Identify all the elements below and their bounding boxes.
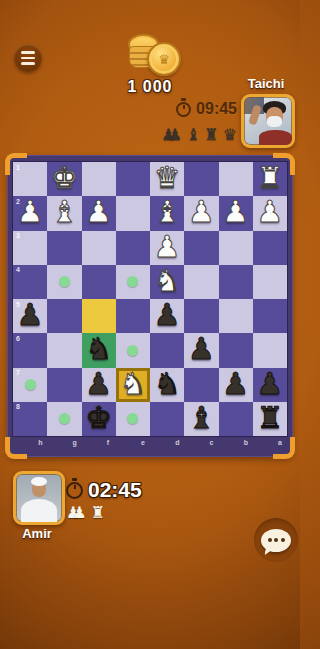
coin-icon: ♛ [147, 42, 181, 76]
avatar-photo-detail [259, 130, 292, 145]
rank-label-5: 5 [16, 301, 20, 308]
square-f7[interactable]: ♟ [82, 368, 116, 402]
file-label-b: b [244, 439, 248, 446]
piece-black-knight: ♞ [154, 369, 181, 399]
square-g1[interactable]: ♚ [47, 162, 81, 196]
piece-black-knight: ♞ [85, 334, 112, 364]
square-f3[interactable] [82, 231, 116, 265]
square-c2[interactable]: ♟ [184, 196, 218, 230]
piece-black-pawn: ♟ [222, 369, 249, 399]
piece-white-pawn: ♟ [154, 232, 181, 262]
square-a4[interactable] [253, 265, 287, 299]
file-label-e: e [141, 439, 145, 446]
square-d5[interactable]: ♟ [150, 299, 184, 333]
square-e1[interactable] [116, 162, 150, 196]
piece-black-pawn: ♟ [188, 334, 215, 364]
square-f5[interactable] [82, 299, 116, 333]
square-f2[interactable]: ♟ [82, 196, 116, 230]
player-captured-tray: ♟♟♜ [66, 505, 105, 521]
square-d6[interactable] [150, 333, 184, 367]
piece-white-pawn: ♟ [188, 197, 215, 227]
square-a3[interactable] [253, 231, 287, 265]
captured-pawn-icon: ♟ [72, 505, 86, 521]
legal-move-dot[interactable] [59, 276, 70, 287]
square-f1[interactable] [82, 162, 116, 196]
square-e5[interactable] [116, 299, 150, 333]
player-avatar[interactable] [13, 471, 65, 525]
square-f6[interactable]: ♞ [82, 333, 116, 367]
square-g4[interactable] [47, 265, 81, 299]
menu-button[interactable] [14, 44, 42, 72]
square-e4[interactable] [116, 265, 150, 299]
piece-white-pawn: ♟ [222, 197, 249, 227]
piece-black-pawn: ♟ [256, 369, 283, 399]
square-a2[interactable]: ♟ [253, 196, 287, 230]
hamburger-icon [21, 62, 35, 65]
legal-move-dot[interactable] [59, 413, 70, 424]
opponent-captured-tray: ♟♟♝♜♛ [165, 127, 237, 143]
file-label-d: d [175, 439, 179, 446]
captured-rook-icon: ♜ [204, 127, 218, 143]
stopwatch-icon [66, 482, 83, 499]
square-c3[interactable] [184, 231, 218, 265]
player-clock: 02:45 [66, 478, 142, 502]
square-b7[interactable]: ♟ [219, 368, 253, 402]
square-e6[interactable] [116, 333, 150, 367]
square-b8[interactable] [219, 402, 253, 436]
square-c1[interactable] [184, 162, 218, 196]
square-d8[interactable] [150, 402, 184, 436]
piece-black-rook: ♜ [256, 403, 283, 433]
square-c7[interactable] [184, 368, 218, 402]
file-label-f: f [107, 439, 109, 446]
opponent-avatar[interactable] [241, 94, 295, 148]
square-g6[interactable] [47, 333, 81, 367]
hamburger-icon [21, 57, 35, 60]
square-d1[interactable]: ♛ [150, 162, 184, 196]
square-d2[interactable]: ♝ [150, 196, 184, 230]
stopwatch-icon [176, 102, 191, 117]
piece-white-pawn: ♟ [85, 197, 112, 227]
piece-white-bishop: ♝ [154, 197, 181, 227]
opponent-clock-time: 09:45 [196, 100, 237, 118]
piece-black-pawn: ♟ [17, 300, 44, 330]
file-label-h: h [38, 439, 42, 446]
player-name: Amir [0, 526, 74, 541]
square-e2[interactable] [116, 196, 150, 230]
legal-move-dot[interactable] [127, 276, 138, 287]
board-corner-ornament [5, 437, 27, 459]
square-a8[interactable]: ♜ [253, 402, 287, 436]
square-g7[interactable] [47, 368, 81, 402]
square-a5[interactable] [253, 299, 287, 333]
square-e7[interactable]: ♞ [116, 368, 150, 402]
square-g5[interactable] [47, 299, 81, 333]
captured-pawn-icon: ♟ [168, 127, 182, 143]
rank-label-6: 6 [16, 335, 20, 342]
square-b2[interactable]: ♟ [219, 196, 253, 230]
captured-queen-icon: ♛ [223, 127, 237, 143]
rank-label-3: 3 [16, 232, 20, 239]
square-c6[interactable]: ♟ [184, 333, 218, 367]
square-f8[interactable]: ♚ [82, 402, 116, 436]
chat-button[interactable] [254, 518, 298, 562]
square-a7[interactable]: ♟ [253, 368, 287, 402]
legal-move-dot[interactable] [25, 379, 36, 390]
piece-white-pawn: ♟ [17, 197, 44, 227]
square-a6[interactable] [253, 333, 287, 367]
piece-black-bishop: ♝ [188, 403, 215, 433]
opponent-name: Taichi [236, 76, 296, 91]
opponent-clock: 09:45 [165, 100, 237, 118]
square-b6[interactable] [219, 333, 253, 367]
square-d7[interactable]: ♞ [150, 368, 184, 402]
piece-black-pawn: ♟ [154, 300, 181, 330]
file-label-g: g [73, 439, 77, 446]
captured-bishop-icon: ♝ [186, 127, 200, 143]
chess-board: ♚♛♜♟♝♟♝♟♟♟♟♞♟♟♞♟♟♞♞♟♟♚♝♜ 12345678hgfedcb… [7, 155, 293, 457]
avatar-photo-detail [31, 477, 47, 486]
legal-move-dot[interactable] [127, 345, 138, 356]
square-d4[interactable]: ♞ [150, 265, 184, 299]
file-label-c: c [210, 439, 214, 446]
square-d3[interactable]: ♟ [150, 231, 184, 265]
rank-label-2: 2 [16, 198, 20, 205]
rank-label-4: 4 [16, 266, 20, 273]
square-e3[interactable] [116, 231, 150, 265]
rank-label-7: 7 [16, 369, 20, 376]
square-c5[interactable] [184, 299, 218, 333]
piece-white-knight: ♞ [119, 369, 146, 399]
board-squares: ♚♛♜♟♝♟♝♟♟♟♟♞♟♟♞♟♟♞♞♟♟♚♝♜ [13, 162, 287, 436]
avatar-photo-detail [267, 116, 282, 127]
piece-white-pawn: ♟ [256, 197, 283, 227]
player-clock-time: 02:45 [88, 478, 142, 502]
piece-white-king: ♚ [51, 163, 78, 193]
square-e8[interactable] [116, 402, 150, 436]
piece-black-pawn: ♟ [85, 369, 112, 399]
rank-label-8: 8 [16, 403, 20, 410]
piece-white-knight: ♞ [154, 266, 181, 296]
square-b4[interactable] [219, 265, 253, 299]
square-g2[interactable]: ♝ [47, 196, 81, 230]
board-corner-ornament [5, 153, 27, 175]
piece-black-king: ♚ [85, 403, 112, 433]
square-f4[interactable] [82, 265, 116, 299]
square-g3[interactable] [47, 231, 81, 265]
coins-display[interactable]: ♛ [122, 30, 180, 80]
piece-white-queen: ♛ [154, 163, 181, 193]
square-b3[interactable] [219, 231, 253, 265]
chat-bubble-icon [261, 529, 291, 552]
square-g8[interactable] [47, 402, 81, 436]
square-c8[interactable]: ♝ [184, 402, 218, 436]
board-corner-ornament [273, 153, 295, 175]
square-c4[interactable] [184, 265, 218, 299]
captured-rook-icon: ♜ [91, 505, 105, 521]
square-b5[interactable] [219, 299, 253, 333]
board-corner-ornament [273, 437, 295, 459]
piece-white-bishop: ♝ [51, 197, 78, 227]
hamburger-icon [21, 51, 35, 54]
avatar-photo-detail [21, 499, 57, 522]
legal-move-dot[interactable] [127, 413, 138, 424]
square-b1[interactable] [219, 162, 253, 196]
